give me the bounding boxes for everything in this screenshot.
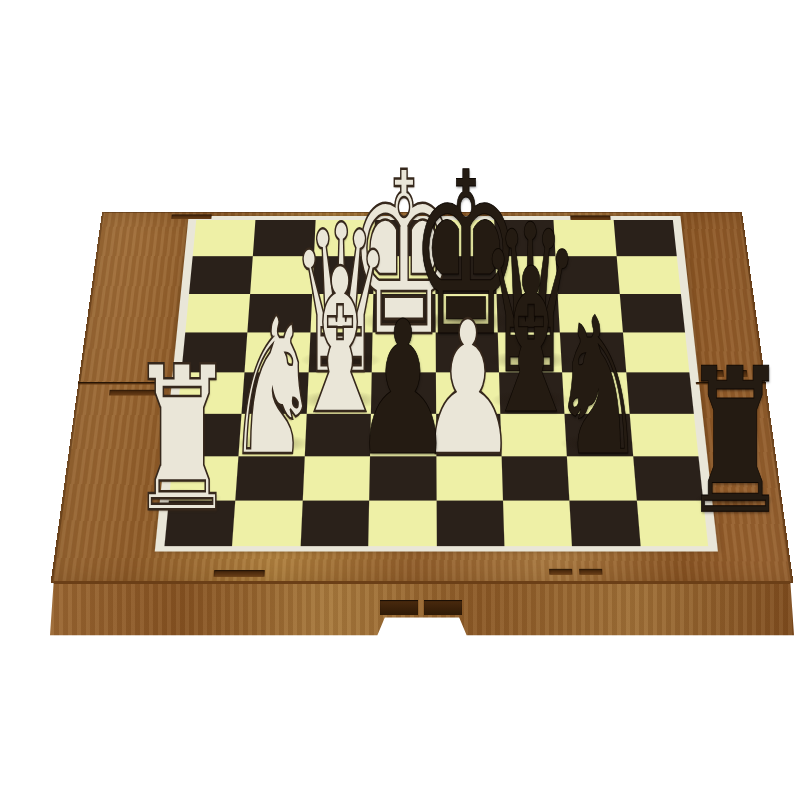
square-e8: [435, 220, 496, 256]
square-e5: [435, 332, 499, 372]
square-f3: [500, 414, 567, 457]
square-a8: [193, 220, 256, 256]
square-a2: [169, 456, 239, 500]
finger-joint-slot: [78, 382, 175, 384]
square-b4: [242, 372, 308, 413]
square-a3: [173, 414, 242, 457]
square-c7: [312, 256, 374, 293]
finger-joint-slot: [214, 570, 265, 577]
square-a1: [164, 501, 235, 547]
finger-joint-slot: [109, 390, 157, 396]
finger-joint-slot: [579, 569, 602, 575]
square-f7: [495, 256, 558, 293]
square-b2: [236, 456, 305, 500]
square-f6: [496, 294, 560, 333]
square-f8: [494, 220, 556, 256]
square-c4: [306, 372, 371, 413]
finger-joint-slot: [706, 370, 724, 377]
square-g4: [562, 372, 629, 413]
square-g1: [570, 501, 641, 547]
square-c2: [302, 456, 370, 500]
square-b8: [253, 220, 315, 256]
square-h3: [629, 414, 698, 457]
square-b1: [232, 501, 302, 547]
square-d3: [370, 414, 436, 457]
square-g2: [567, 456, 636, 500]
square-g8: [554, 220, 617, 256]
square-c5: [308, 332, 372, 372]
square-e7: [435, 256, 497, 293]
square-h4: [626, 372, 694, 413]
square-g7: [556, 256, 620, 293]
square-c1: [300, 501, 369, 547]
square-d7: [373, 256, 434, 293]
square-h8: [613, 220, 677, 256]
finger-joint-slot: [570, 216, 610, 221]
square-h2: [633, 456, 703, 500]
square-d1: [368, 501, 436, 547]
square-a7: [189, 256, 253, 293]
square-d8: [374, 220, 435, 256]
square-e6: [435, 294, 498, 333]
square-h7: [616, 256, 681, 293]
product-photo-stage: ♜♞♝♛♚♟♟♚♛♝♞♜: [0, 0, 800, 800]
finger-joint-slot: [171, 215, 212, 220]
finger-joint-slot: [730, 370, 748, 377]
square-f5: [498, 332, 563, 372]
square-d4: [371, 372, 436, 413]
finger-joint-slot: [696, 382, 766, 384]
square-b6: [248, 294, 312, 333]
square-e4: [435, 372, 500, 413]
chess-board: [51, 212, 794, 583]
square-e2: [436, 456, 503, 500]
board-grid: [164, 220, 708, 546]
square-c8: [314, 220, 375, 256]
square-d5: [372, 332, 435, 372]
square-h6: [619, 294, 685, 333]
square-b5: [245, 332, 310, 372]
square-g5: [560, 332, 626, 372]
square-f2: [501, 456, 569, 500]
square-a4: [177, 372, 245, 413]
square-b7: [251, 256, 314, 293]
box-front-face: [50, 581, 794, 640]
square-c6: [310, 294, 373, 333]
square-h5: [623, 332, 690, 372]
square-e1: [436, 501, 504, 547]
square-b3: [239, 414, 307, 457]
square-g3: [565, 414, 633, 457]
square-a6: [185, 294, 250, 333]
square-d6: [373, 294, 435, 333]
finger-joint-slot: [549, 569, 572, 575]
square-g6: [558, 294, 623, 333]
square-f1: [503, 501, 572, 547]
square-a5: [181, 332, 247, 372]
square-f4: [499, 372, 565, 413]
hinge-clasp-slot: [424, 600, 462, 615]
square-h1: [636, 501, 708, 547]
square-e3: [436, 414, 502, 457]
square-c3: [305, 414, 372, 457]
board-sticker: [155, 216, 718, 552]
hinge-clasp-slot: [380, 600, 418, 615]
square-d2: [369, 456, 436, 500]
